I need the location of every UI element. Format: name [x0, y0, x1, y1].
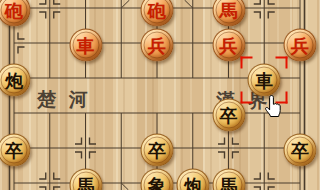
piece-glyph: 炮: [5, 71, 23, 89]
piece-red-pawn[interactable]: 兵: [284, 29, 317, 62]
cursor-pointer-icon: [263, 94, 283, 118]
piece-glyph: 兵: [148, 36, 166, 54]
piece-glyph: 象: [148, 176, 166, 190]
piece-glyph: 卒: [220, 106, 238, 124]
piece-glyph: 卒: [148, 141, 166, 159]
piece-red-pawn[interactable]: 兵: [212, 29, 245, 62]
xiangqi-board[interactable]: 楚河 漢界 砲砲馬車兵兵兵炮車卒卒卒卒馬象炮馬: [0, 0, 320, 190]
piece-glyph: 車: [255, 71, 273, 89]
piece-red-chariot[interactable]: 車: [69, 29, 102, 62]
piece-red-pawn[interactable]: 兵: [141, 29, 174, 62]
piece-glyph: 兵: [291, 36, 309, 54]
piece-black-pawn[interactable]: 卒: [212, 99, 245, 132]
piece-black-pawn[interactable]: 卒: [284, 134, 317, 167]
piece-glyph: 馬: [220, 176, 238, 190]
piece-glyph: 砲: [148, 1, 166, 19]
piece-glyph: 兵: [220, 36, 238, 54]
piece-glyph: 卒: [5, 141, 23, 159]
piece-black-chariot[interactable]: 車: [248, 64, 281, 97]
piece-glyph: 車: [77, 36, 95, 54]
piece-glyph: 砲: [5, 1, 23, 19]
river-label-chu-he: 楚河: [37, 87, 101, 113]
piece-glyph: 卒: [291, 141, 309, 159]
piece-glyph: 馬: [77, 176, 95, 190]
piece-black-pawn[interactable]: 卒: [141, 134, 174, 167]
piece-glyph: 炮: [184, 176, 202, 190]
piece-glyph: 馬: [220, 1, 238, 19]
